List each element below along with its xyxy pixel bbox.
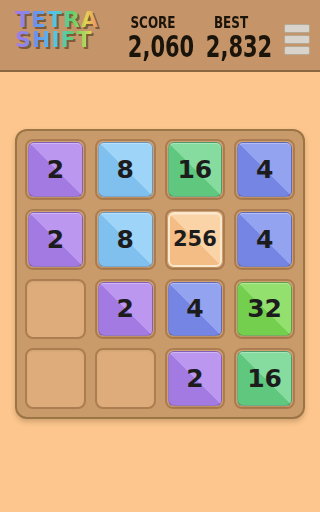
best-value: 2,832 xyxy=(206,32,256,62)
tile-32: 32 xyxy=(237,282,292,337)
board-cell-r2c2: 8 xyxy=(95,209,156,270)
board-cell-r3c4: 32 xyxy=(234,279,295,340)
board-cell-r4c3: 2 xyxy=(165,348,226,409)
tile-2: 2 xyxy=(168,351,223,406)
menu-button[interactable] xyxy=(284,24,310,55)
app-screen: TETRA TETRA SHIFT SHIFT SCORE 2,060 BEST… xyxy=(0,0,320,512)
score-value: 2,060 xyxy=(128,32,178,62)
tile-4: 4 xyxy=(237,212,292,267)
board-cell-r2c1: 2 xyxy=(25,209,86,270)
tile-2: 2 xyxy=(28,142,83,197)
hamburger-bar xyxy=(284,24,310,33)
app-logo: TETRA TETRA SHIFT SHIFT xyxy=(15,10,115,50)
tile-4: 4 xyxy=(237,142,292,197)
hamburger-icon xyxy=(284,24,310,55)
board-cell-r2c3: 256 xyxy=(165,209,226,270)
board-cell-r4c2 xyxy=(95,348,156,409)
tile-16: 16 xyxy=(168,142,223,197)
board-cell-r4c4: 16 xyxy=(234,348,295,409)
logo-line-2: SHIFT SHIFT xyxy=(15,30,115,50)
board-cell-r3c3: 4 xyxy=(165,279,226,340)
hamburger-bar xyxy=(284,46,310,55)
tile-8: 8 xyxy=(98,212,153,267)
hamburger-bar xyxy=(284,35,310,44)
board-cell-r2c4: 4 xyxy=(234,209,295,270)
tile-4: 4 xyxy=(168,282,223,337)
top-bar: TETRA TETRA SHIFT SHIFT SCORE 2,060 BEST… xyxy=(0,0,320,72)
board-cell-r3c1 xyxy=(25,279,86,340)
board-cell-r1c4: 4 xyxy=(234,139,295,200)
logo-line-2-text: SHIFT xyxy=(15,30,92,50)
game-board[interactable]: 281642825642432216 xyxy=(15,129,305,419)
board-cell-r1c2: 8 xyxy=(95,139,156,200)
tile-8: 8 xyxy=(98,142,153,197)
board-cell-r4c1 xyxy=(25,348,86,409)
tile-16: 16 xyxy=(237,351,292,406)
score-display: SCORE 2,060 xyxy=(117,14,189,62)
board-cell-r1c3: 16 xyxy=(165,139,226,200)
tile-2: 2 xyxy=(28,212,83,267)
board-cell-r1c1: 2 xyxy=(25,139,86,200)
tile-2: 2 xyxy=(98,282,153,337)
board-cell-r3c2: 2 xyxy=(95,279,156,340)
tile-256: 256 xyxy=(168,212,223,267)
best-display: BEST 2,832 xyxy=(195,14,267,62)
